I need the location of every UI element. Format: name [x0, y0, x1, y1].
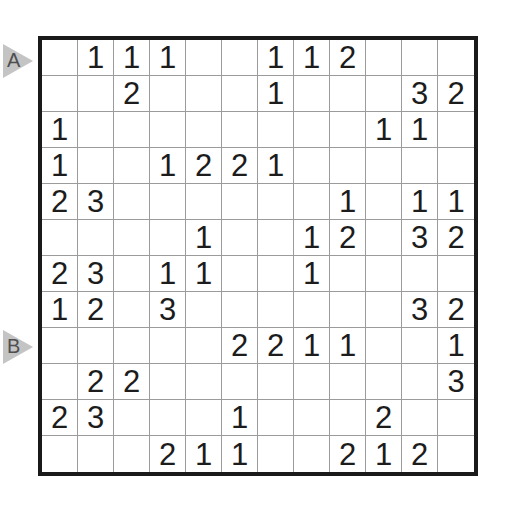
cell-r4-c11[interactable] — [402, 148, 438, 184]
cell-r3-c12[interactable] — [438, 112, 474, 148]
cell-r1-c12[interactable] — [438, 40, 474, 76]
cell-r4-c10[interactable] — [366, 148, 402, 184]
cell-r9-c2[interactable] — [78, 328, 114, 364]
clue-number: 1 — [375, 439, 392, 470]
cell-r12-c8[interactable] — [294, 436, 330, 472]
cell-r2-c4[interactable] — [150, 76, 186, 112]
cell-r6-c5[interactable]: 1 — [186, 220, 222, 256]
cell-r12-c6[interactable]: 1 — [222, 436, 258, 472]
cell-r7-c11[interactable] — [402, 256, 438, 292]
clue-number: 3 — [411, 78, 428, 109]
cell-r8-c1[interactable]: 1 — [42, 292, 78, 328]
cell-r3-c7[interactable] — [258, 112, 294, 148]
cell-r9-c4[interactable] — [150, 328, 186, 364]
clue-number: 3 — [411, 294, 428, 325]
cell-r10-c1[interactable] — [42, 364, 78, 400]
cell-r10-c7[interactable] — [258, 364, 294, 400]
cell-r9-c5[interactable] — [186, 328, 222, 364]
cell-r6-c1[interactable] — [42, 220, 78, 256]
cell-r7-c9[interactable] — [330, 256, 366, 292]
cell-r7-c2[interactable]: 3 — [78, 256, 114, 292]
cell-r3-c9[interactable] — [330, 112, 366, 148]
cell-r8-c10[interactable] — [366, 292, 402, 328]
clue-number: 2 — [51, 402, 68, 433]
cell-r9-c7[interactable]: 2 — [258, 328, 294, 364]
cell-r1-c10[interactable] — [366, 40, 402, 76]
cell-r9-c6[interactable]: 2 — [222, 328, 258, 364]
clue-number: 1 — [195, 222, 212, 253]
clue-number: 1 — [231, 439, 248, 470]
clue-number: 1 — [87, 42, 104, 73]
clue-number: 3 — [87, 402, 104, 433]
cell-r1-c6[interactable] — [222, 40, 258, 76]
clue-number: 1 — [159, 150, 176, 181]
clue-number: 1 — [159, 258, 176, 289]
row-marker-b: B — [3, 330, 33, 364]
cell-r6-c6[interactable] — [222, 220, 258, 256]
cell-r5-c6[interactable] — [222, 184, 258, 220]
clue-number: 2 — [375, 402, 392, 433]
cell-r4-c1[interactable]: 1 — [42, 148, 78, 184]
cell-r5-c7[interactable] — [258, 184, 294, 220]
cell-r2-c2[interactable] — [78, 76, 114, 112]
cell-r1-c3[interactable]: 1 — [114, 40, 150, 76]
cell-r12-c2[interactable] — [78, 436, 114, 472]
clue-number: 2 — [51, 186, 68, 217]
cell-r2-c11[interactable]: 3 — [402, 76, 438, 112]
clue-number: 3 — [87, 186, 104, 217]
cell-r11-c2[interactable]: 3 — [78, 400, 114, 436]
cell-r3-c6[interactable] — [222, 112, 258, 148]
cell-r4-c3[interactable] — [114, 148, 150, 184]
cell-r5-c4[interactable] — [150, 184, 186, 220]
clue-number: 2 — [447, 78, 464, 109]
clue-number: 1 — [303, 42, 320, 73]
cell-r2-c9[interactable] — [330, 76, 366, 112]
cell-r9-c9[interactable]: 1 — [330, 328, 366, 364]
cell-r2-c7[interactable]: 1 — [258, 76, 294, 112]
cell-r10-c10[interactable] — [366, 364, 402, 400]
clue-number: 1 — [123, 42, 140, 73]
clue-number: 2 — [447, 294, 464, 325]
clue-number: 1 — [267, 42, 284, 73]
clue-number: 3 — [411, 222, 428, 253]
cell-r9-c3[interactable] — [114, 328, 150, 364]
cell-r1-c4[interactable]: 1 — [150, 40, 186, 76]
clue-number: 1 — [447, 330, 464, 361]
cell-r1-c11[interactable] — [402, 40, 438, 76]
cell-r3-c11[interactable]: 1 — [402, 112, 438, 148]
cell-r6-c3[interactable] — [114, 220, 150, 256]
cell-r3-c5[interactable] — [186, 112, 222, 148]
cell-r5-c12[interactable]: 1 — [438, 184, 474, 220]
cell-r5-c9[interactable]: 1 — [330, 184, 366, 220]
cell-r10-c3[interactable]: 2 — [114, 364, 150, 400]
cell-r2-c1[interactable] — [42, 76, 78, 112]
cell-r10-c12[interactable]: 3 — [438, 364, 474, 400]
cell-r11-c10[interactable]: 2 — [366, 400, 402, 436]
cell-r6-c7[interactable] — [258, 220, 294, 256]
clue-number: 3 — [159, 294, 176, 325]
marker-a-label: A — [7, 49, 21, 71]
cell-r8-c3[interactable] — [114, 292, 150, 328]
clue-number: 2 — [339, 42, 356, 73]
row-marker-a: A — [3, 44, 33, 78]
cell-r2-c5[interactable] — [186, 76, 222, 112]
clue-number: 1 — [447, 186, 464, 217]
cell-r10-c5[interactable] — [186, 364, 222, 400]
cell-r5-c1[interactable]: 2 — [42, 184, 78, 220]
cell-r7-c10[interactable] — [366, 256, 402, 292]
cell-r1-c1[interactable] — [42, 40, 78, 76]
cell-r8-c5[interactable] — [186, 292, 222, 328]
cell-r5-c10[interactable] — [366, 184, 402, 220]
cell-r5-c11[interactable]: 1 — [402, 184, 438, 220]
cell-r2-c6[interactable] — [222, 76, 258, 112]
clue-number: 2 — [339, 222, 356, 253]
cell-r5-c5[interactable] — [186, 184, 222, 220]
cell-r11-c11[interactable] — [402, 400, 438, 436]
cell-r12-c3[interactable] — [114, 436, 150, 472]
cell-r8-c4[interactable]: 3 — [150, 292, 186, 328]
cell-r10-c9[interactable] — [330, 364, 366, 400]
clue-number: 1 — [339, 186, 356, 217]
cell-r1-c7[interactable]: 1 — [258, 40, 294, 76]
clue-number: 3 — [87, 258, 104, 289]
marker-b-label: B — [7, 335, 20, 357]
cell-r8-c12[interactable]: 2 — [438, 292, 474, 328]
clue-number: 2 — [411, 439, 428, 470]
cell-r7-c5[interactable]: 1 — [186, 256, 222, 292]
cell-r7-c4[interactable]: 1 — [150, 256, 186, 292]
clue-number: 1 — [195, 439, 212, 470]
clue-number: 2 — [87, 294, 104, 325]
cell-r2-c8[interactable] — [294, 76, 330, 112]
cell-r11-c8[interactable] — [294, 400, 330, 436]
cell-r12-c9[interactable]: 2 — [330, 436, 366, 472]
cell-r3-c4[interactable] — [150, 112, 186, 148]
cell-r11-c3[interactable] — [114, 400, 150, 436]
cell-r5-c8[interactable] — [294, 184, 330, 220]
clue-number: 1 — [339, 330, 356, 361]
clue-number: 1 — [411, 114, 428, 145]
cell-r6-c4[interactable] — [150, 220, 186, 256]
cell-r10-c2[interactable]: 2 — [78, 364, 114, 400]
clue-number: 2 — [447, 222, 464, 253]
cell-r12-c7[interactable] — [258, 436, 294, 472]
clue-number: 1 — [51, 150, 68, 181]
cell-r12-c10[interactable]: 1 — [366, 436, 402, 472]
cell-r12-c12[interactable] — [438, 436, 474, 472]
cell-r6-c12[interactable]: 2 — [438, 220, 474, 256]
cell-r11-c1[interactable]: 2 — [42, 400, 78, 436]
cell-r10-c6[interactable] — [222, 364, 258, 400]
cell-r3-c2[interactable] — [78, 112, 114, 148]
clue-number: 3 — [447, 366, 464, 397]
cell-r5-c2[interactable]: 3 — [78, 184, 114, 220]
cell-r3-c1[interactable]: 1 — [42, 112, 78, 148]
cell-r6-c2[interactable] — [78, 220, 114, 256]
cell-r5-c3[interactable] — [114, 184, 150, 220]
clue-number: 1 — [267, 78, 284, 109]
cell-r12-c5[interactable]: 1 — [186, 436, 222, 472]
clue-number: 1 — [411, 186, 428, 217]
minesweeper-grid: 1111122132111112212311111232231111233222… — [38, 36, 478, 476]
cell-r10-c11[interactable] — [402, 364, 438, 400]
cell-r10-c4[interactable] — [150, 364, 186, 400]
clue-number: 2 — [195, 150, 212, 181]
cell-r12-c1[interactable] — [42, 436, 78, 472]
clue-number: 2 — [51, 258, 68, 289]
cell-r2-c10[interactable] — [366, 76, 402, 112]
cell-r4-c2[interactable] — [78, 148, 114, 184]
clue-number: 1 — [303, 258, 320, 289]
cell-r8-c11[interactable]: 3 — [402, 292, 438, 328]
cell-r9-c12[interactable]: 1 — [438, 328, 474, 364]
cell-r11-c6[interactable]: 1 — [222, 400, 258, 436]
cell-r6-c10[interactable] — [366, 220, 402, 256]
cell-r7-c12[interactable] — [438, 256, 474, 292]
cell-r11-c4[interactable] — [150, 400, 186, 436]
clue-number: 1 — [51, 114, 68, 145]
cell-r1-c9[interactable]: 2 — [330, 40, 366, 76]
cell-r8-c6[interactable] — [222, 292, 258, 328]
cell-r11-c7[interactable] — [258, 400, 294, 436]
cell-r3-c8[interactable] — [294, 112, 330, 148]
cell-r12-c4[interactable]: 2 — [150, 436, 186, 472]
cell-r11-c12[interactable] — [438, 400, 474, 436]
cell-r8-c9[interactable] — [330, 292, 366, 328]
cell-r3-c3[interactable] — [114, 112, 150, 148]
cell-r3-c10[interactable]: 1 — [366, 112, 402, 148]
cell-r4-c7[interactable]: 1 — [258, 148, 294, 184]
cell-r1-c8[interactable]: 1 — [294, 40, 330, 76]
clue-number: 1 — [159, 42, 176, 73]
cell-r6-c11[interactable]: 3 — [402, 220, 438, 256]
cell-r4-c6[interactable]: 2 — [222, 148, 258, 184]
cell-r7-c8[interactable]: 1 — [294, 256, 330, 292]
cell-r9-c8[interactable]: 1 — [294, 328, 330, 364]
clue-number: 1 — [375, 114, 392, 145]
cell-r7-c3[interactable] — [114, 256, 150, 292]
clue-number: 2 — [231, 150, 248, 181]
clue-number: 1 — [231, 402, 248, 433]
cell-r4-c5[interactable]: 2 — [186, 148, 222, 184]
cell-r6-c8[interactable]: 1 — [294, 220, 330, 256]
cell-r9-c1[interactable] — [42, 328, 78, 364]
cell-r8-c2[interactable]: 2 — [78, 292, 114, 328]
cell-r2-c3[interactable]: 2 — [114, 76, 150, 112]
cell-r12-c11[interactable]: 2 — [402, 436, 438, 472]
cell-r4-c8[interactable] — [294, 148, 330, 184]
cell-r2-c12[interactable]: 2 — [438, 76, 474, 112]
cell-r7-c6[interactable] — [222, 256, 258, 292]
cell-r6-c9[interactable]: 2 — [330, 220, 366, 256]
cell-r7-c1[interactable]: 2 — [42, 256, 78, 292]
cell-r11-c5[interactable] — [186, 400, 222, 436]
clue-number: 1 — [51, 294, 68, 325]
clue-number: 1 — [267, 150, 284, 181]
cell-r10-c8[interactable] — [294, 364, 330, 400]
clue-number: 2 — [159, 439, 176, 470]
cell-r11-c9[interactable] — [330, 400, 366, 436]
cell-r4-c12[interactable] — [438, 148, 474, 184]
clue-number: 2 — [231, 330, 248, 361]
cell-r9-c11[interactable] — [402, 328, 438, 364]
clue-number: 2 — [123, 78, 140, 109]
clue-number: 1 — [303, 330, 320, 361]
clue-number: 1 — [195, 258, 212, 289]
cell-r9-c10[interactable] — [366, 328, 402, 364]
cell-r1-c5[interactable] — [186, 40, 222, 76]
cell-r4-c4[interactable]: 1 — [150, 148, 186, 184]
clue-number: 2 — [123, 366, 140, 397]
clue-number: 2 — [339, 439, 356, 470]
cell-r1-c2[interactable]: 1 — [78, 40, 114, 76]
cell-r7-c7[interactable] — [258, 256, 294, 292]
cell-r8-c8[interactable] — [294, 292, 330, 328]
cell-r8-c7[interactable] — [258, 292, 294, 328]
cell-r4-c9[interactable] — [330, 148, 366, 184]
clue-number: 2 — [267, 330, 284, 361]
clue-number: 2 — [87, 366, 104, 397]
clue-number: 1 — [303, 222, 320, 253]
